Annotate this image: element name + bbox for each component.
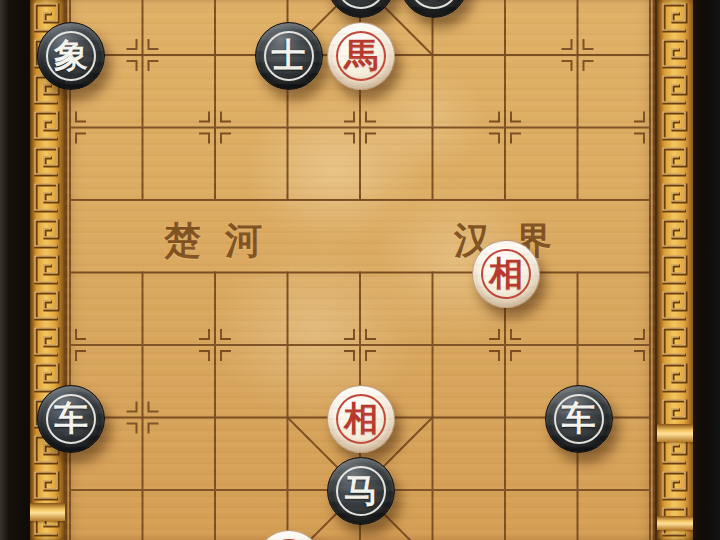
meander-pattern-right-icon: [657, 0, 695, 540]
piece-red-e7[interactable]: 相: [327, 385, 395, 453]
piece-red-e2[interactable]: 馬: [327, 22, 395, 90]
piece-glyph: 马: [328, 458, 394, 524]
piece-glyph: 士: [328, 0, 394, 17]
piece-black-f1[interactable]: 将: [400, 0, 468, 18]
piece-red-d9[interactable]: 仕: [255, 530, 323, 540]
background-right-strip: [693, 0, 720, 540]
piece-glyph: 士: [256, 23, 322, 89]
background-left-strip: [0, 0, 30, 540]
xiangqi-board[interactable]: 楚河 汉界 士将象士馬相车相车马仕: [65, 0, 655, 540]
piece-glyph: 相: [473, 241, 539, 307]
piece-black-h7[interactable]: 车: [545, 385, 613, 453]
piece-glyph: 将: [401, 0, 467, 17]
piece-black-a7[interactable]: 车: [37, 385, 105, 453]
piece-red-g5[interactable]: 相: [472, 240, 540, 308]
piece-glyph: 馬: [328, 23, 394, 89]
piece-black-a2[interactable]: 象: [37, 22, 105, 90]
piece-glyph: 相: [328, 386, 394, 452]
frame-joint-band: [30, 503, 65, 521]
piece-glyph: 仕: [256, 531, 322, 540]
piece-black-e1[interactable]: 士: [327, 0, 395, 18]
frame-joint-band: [657, 516, 695, 530]
xiangqi-app-screen: 楚河 汉界 士将象士馬相车相车马仕: [0, 0, 720, 540]
piece-black-d2[interactable]: 士: [255, 22, 323, 90]
board-frame-right: [655, 0, 695, 540]
piece-black-e8[interactable]: 马: [327, 457, 395, 525]
piece-glyph: 车: [38, 386, 104, 452]
piece-glyph: 车: [546, 386, 612, 452]
frame-joint-band: [657, 424, 695, 442]
piece-glyph: 象: [38, 23, 104, 89]
